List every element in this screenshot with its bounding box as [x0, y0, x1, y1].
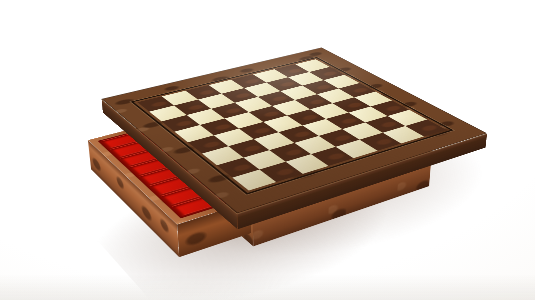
- photo-backdrop: [0, 0, 535, 300]
- scene: [0, 0, 535, 300]
- chess-box: [107, 97, 481, 278]
